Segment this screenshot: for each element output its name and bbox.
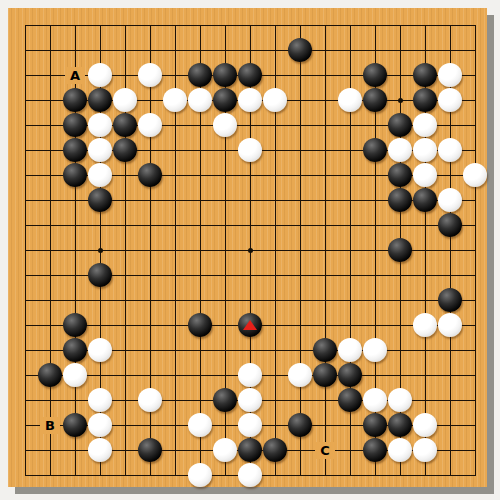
stone-white-r7[interactable]: [413, 313, 437, 337]
stone-white-r14[interactable]: [413, 138, 437, 162]
stone-black-c14[interactable]: [63, 138, 87, 162]
go-board[interactable]: ABC: [8, 8, 487, 487]
point-label-c: C: [315, 442, 335, 459]
stone-black-o4[interactable]: [338, 388, 362, 412]
stone-white-k1[interactable]: [238, 463, 262, 487]
stone-black-p3[interactable]: [363, 413, 387, 437]
stone-black-e15[interactable]: [113, 113, 137, 137]
stone-black-c16[interactable]: [63, 88, 87, 112]
stone-white-r13[interactable]: [413, 163, 437, 187]
stone-white-o6[interactable]: [338, 338, 362, 362]
stone-white-d6[interactable]: [88, 338, 112, 362]
stone-black-m3[interactable]: [288, 413, 312, 437]
stone-black-p16[interactable]: [363, 88, 387, 112]
stone-black-m18[interactable]: [288, 38, 312, 62]
stone-black-s11[interactable]: [438, 213, 462, 237]
stone-white-r2[interactable]: [413, 438, 437, 462]
stone-white-d14[interactable]: [88, 138, 112, 162]
stone-black-c7[interactable]: [63, 313, 87, 337]
stone-black-r17[interactable]: [413, 63, 437, 87]
stone-white-t13[interactable]: [463, 163, 487, 187]
stone-black-r16[interactable]: [413, 88, 437, 112]
stone-black-f2[interactable]: [138, 438, 162, 462]
stone-white-f15[interactable]: [138, 113, 162, 137]
stone-white-d17[interactable]: [88, 63, 112, 87]
stone-white-f4[interactable]: [138, 388, 162, 412]
stone-black-q13[interactable]: [388, 163, 412, 187]
stone-white-d13[interactable]: [88, 163, 112, 187]
stone-white-l16[interactable]: [263, 88, 287, 112]
stone-white-g16[interactable]: [163, 88, 187, 112]
stone-black-r12[interactable]: [413, 188, 437, 212]
stone-black-j16[interactable]: [213, 88, 237, 112]
stone-black-j4[interactable]: [213, 388, 237, 412]
point-label-b: B: [40, 417, 60, 434]
stone-white-h3[interactable]: [188, 413, 212, 437]
stone-black-d9[interactable]: [88, 263, 112, 287]
stone-black-c6[interactable]: [63, 338, 87, 362]
hoshi-point: [98, 248, 103, 253]
stone-black-o5[interactable]: [338, 363, 362, 387]
stone-black-p14[interactable]: [363, 138, 387, 162]
stone-white-r3[interactable]: [413, 413, 437, 437]
stone-white-q4[interactable]: [388, 388, 412, 412]
stone-black-d16[interactable]: [88, 88, 112, 112]
stone-white-d15[interactable]: [88, 113, 112, 137]
stone-black-c15[interactable]: [63, 113, 87, 137]
stone-black-c3[interactable]: [63, 413, 87, 437]
stone-white-h16[interactable]: [188, 88, 212, 112]
stone-black-h7[interactable]: [188, 313, 212, 337]
stone-black-q15[interactable]: [388, 113, 412, 137]
stone-white-p4[interactable]: [363, 388, 387, 412]
stone-white-r15[interactable]: [413, 113, 437, 137]
last-move-triangle-marker: [243, 320, 257, 330]
stone-white-j15[interactable]: [213, 113, 237, 137]
stone-black-d12[interactable]: [88, 188, 112, 212]
stone-white-k5[interactable]: [238, 363, 262, 387]
stone-white-q2[interactable]: [388, 438, 412, 462]
stone-black-f13[interactable]: [138, 163, 162, 187]
stone-white-h1[interactable]: [188, 463, 212, 487]
stone-black-h17[interactable]: [188, 63, 212, 87]
stone-black-q12[interactable]: [388, 188, 412, 212]
stone-white-f17[interactable]: [138, 63, 162, 87]
stone-black-q3[interactable]: [388, 413, 412, 437]
stone-white-s12[interactable]: [438, 188, 462, 212]
stone-black-c13[interactable]: [63, 163, 87, 187]
stone-white-d3[interactable]: [88, 413, 112, 437]
stone-black-e14[interactable]: [113, 138, 137, 162]
stone-black-n5[interactable]: [313, 363, 337, 387]
stone-white-j2[interactable]: [213, 438, 237, 462]
stone-white-s16[interactable]: [438, 88, 462, 112]
point-label-a: A: [65, 67, 85, 84]
stone-black-q10[interactable]: [388, 238, 412, 262]
stone-black-j17[interactable]: [213, 63, 237, 87]
stone-black-p17[interactable]: [363, 63, 387, 87]
stone-black-l2[interactable]: [263, 438, 287, 462]
hoshi-point: [248, 248, 253, 253]
hoshi-point: [398, 98, 403, 103]
stone-black-k2[interactable]: [238, 438, 262, 462]
stone-white-c5[interactable]: [63, 363, 87, 387]
stone-white-d2[interactable]: [88, 438, 112, 462]
board-grid[interactable]: ABC: [25, 25, 476, 476]
stone-white-m5[interactable]: [288, 363, 312, 387]
stone-black-k17[interactable]: [238, 63, 262, 87]
stone-white-k16[interactable]: [238, 88, 262, 112]
stone-white-q14[interactable]: [388, 138, 412, 162]
stone-white-s7[interactable]: [438, 313, 462, 337]
stone-white-s17[interactable]: [438, 63, 462, 87]
stone-black-n6[interactable]: [313, 338, 337, 362]
stone-white-s14[interactable]: [438, 138, 462, 162]
stone-white-o16[interactable]: [338, 88, 362, 112]
stone-white-e16[interactable]: [113, 88, 137, 112]
stone-black-s8[interactable]: [438, 288, 462, 312]
stone-white-d4[interactable]: [88, 388, 112, 412]
stone-white-k4[interactable]: [238, 388, 262, 412]
stone-white-k14[interactable]: [238, 138, 262, 162]
stone-black-p2[interactable]: [363, 438, 387, 462]
stone-white-k3[interactable]: [238, 413, 262, 437]
stone-white-p6[interactable]: [363, 338, 387, 362]
stone-black-b5[interactable]: [38, 363, 62, 387]
